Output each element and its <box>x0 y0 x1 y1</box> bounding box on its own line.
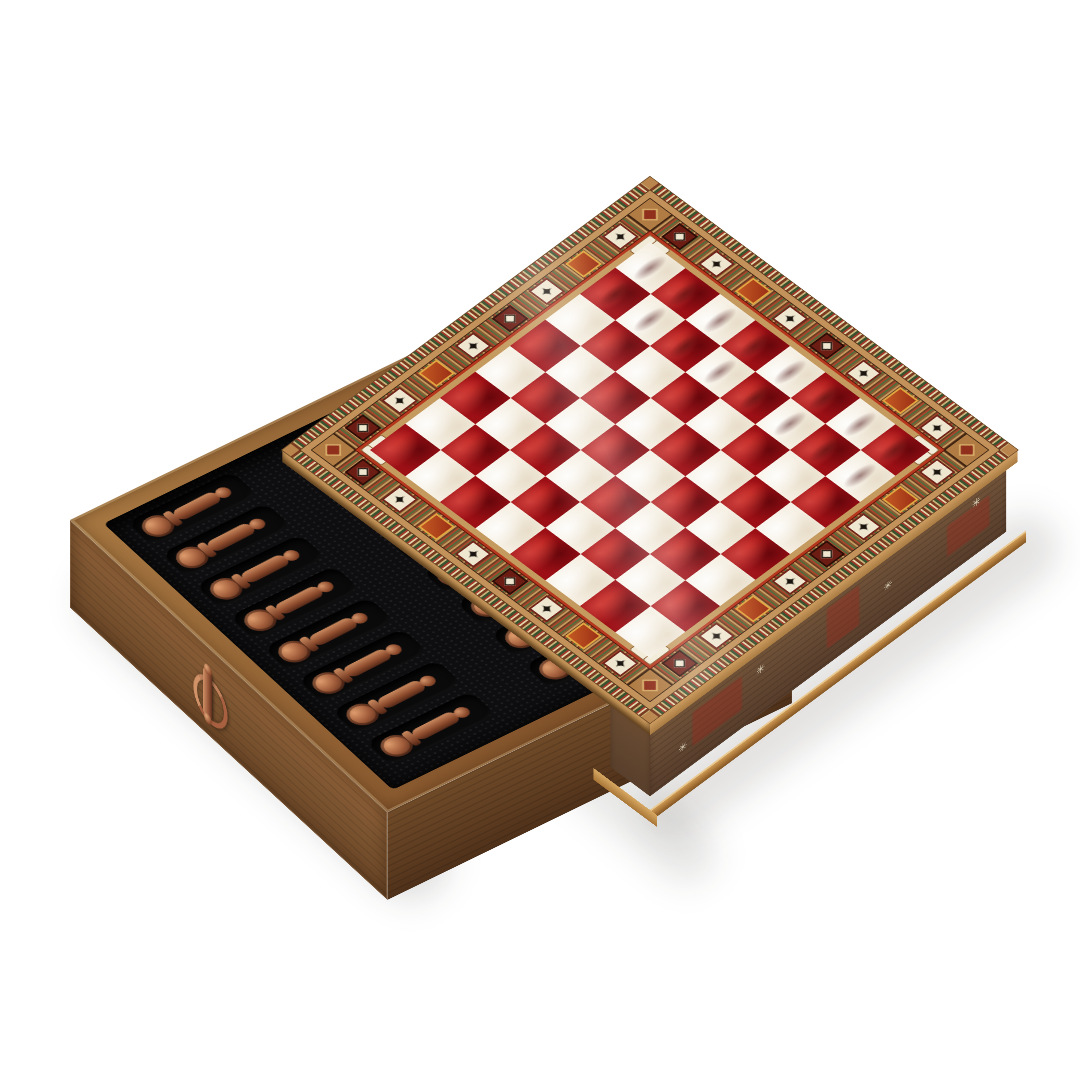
square-a8[interactable] <box>615 606 685 658</box>
square-c5[interactable] <box>650 476 720 528</box>
border-motif-eye <box>492 568 529 595</box>
square-c6[interactable] <box>615 502 685 554</box>
square-a5[interactable] <box>720 528 790 580</box>
border-motif-star: ✦ <box>772 568 809 595</box>
drawer-slot-15 <box>365 691 496 766</box>
square-f7[interactable] <box>475 450 545 502</box>
square-d6[interactable] <box>580 476 650 528</box>
square-c7[interactable] <box>580 528 650 580</box>
square-b7[interactable] <box>615 554 685 606</box>
border-motif-star: ✦ <box>381 486 418 513</box>
pawn-glyph: ♟ <box>805 408 844 452</box>
pearl-star-inlay: ✳ <box>756 660 765 679</box>
drawer-slot-5 <box>195 534 326 609</box>
square-g8[interactable] <box>405 450 475 502</box>
square-a3[interactable] <box>790 476 860 528</box>
square-f8[interactable] <box>440 476 510 528</box>
scene: ✦✦✦✦ ✦✦✦✦ ✦✦✦✦ ✦✦✦✦ ✳ ✳ ✳ ✳ <box>0 0 1080 1080</box>
border-motif-star: ✦ <box>698 622 735 649</box>
square-e8[interactable] <box>475 502 545 554</box>
copper-piece-9[interactable] <box>271 602 384 667</box>
copper-piece-13[interactable] <box>340 665 453 730</box>
border-motif-eye <box>345 458 382 485</box>
square-a4[interactable] <box>755 502 825 554</box>
border-motif-star: ✦ <box>602 650 639 677</box>
pearl-star-inlay: ✳ <box>883 576 892 595</box>
square-b6[interactable] <box>650 528 720 580</box>
drawer-slot-7 <box>229 565 360 640</box>
border-motif-star: ✦ <box>919 458 956 485</box>
border-motif-star: ✦ <box>528 595 565 622</box>
square-b4[interactable] <box>720 476 790 528</box>
border-motif-red <box>565 622 602 649</box>
copper-piece-11[interactable] <box>306 633 419 698</box>
square-b5[interactable] <box>685 502 755 554</box>
copper-piece-15[interactable] <box>374 696 487 761</box>
square-a7[interactable] <box>650 580 720 632</box>
drawer-slot-11 <box>297 628 428 703</box>
border-motif-eye <box>661 650 698 677</box>
copper-piece-7[interactable] <box>237 570 350 635</box>
square-e6[interactable] <box>545 450 615 502</box>
corner-bracket-inlay <box>629 633 671 665</box>
square-b8[interactable] <box>580 580 650 632</box>
border-motif-red <box>882 486 919 513</box>
square-c8[interactable] <box>545 554 615 606</box>
border-motif-red <box>735 595 772 622</box>
border-motif-star: ✦ <box>845 513 882 540</box>
pearl-star-inlay: ✳ <box>678 738 687 757</box>
pawn-glyph: ♟ <box>840 434 879 478</box>
drawer-slot-9 <box>263 597 394 672</box>
square-a6[interactable] <box>685 554 755 606</box>
square-d8[interactable] <box>510 528 580 580</box>
square-b3[interactable] <box>755 450 825 502</box>
mosaic-corner <box>627 669 672 703</box>
drawer-slot-13 <box>331 659 462 734</box>
border-motif-red <box>418 513 455 540</box>
copper-piece-1[interactable] <box>135 476 248 541</box>
square-d7[interactable] <box>545 502 615 554</box>
square-c4[interactable] <box>685 450 755 502</box>
copper-piece-5[interactable] <box>203 539 316 604</box>
square-e7[interactable] <box>510 476 580 528</box>
square-d5[interactable] <box>615 450 685 502</box>
border-motif-star: ✦ <box>455 540 492 567</box>
drawer-slot-1 <box>127 471 258 546</box>
border-motif-eye <box>808 540 845 567</box>
